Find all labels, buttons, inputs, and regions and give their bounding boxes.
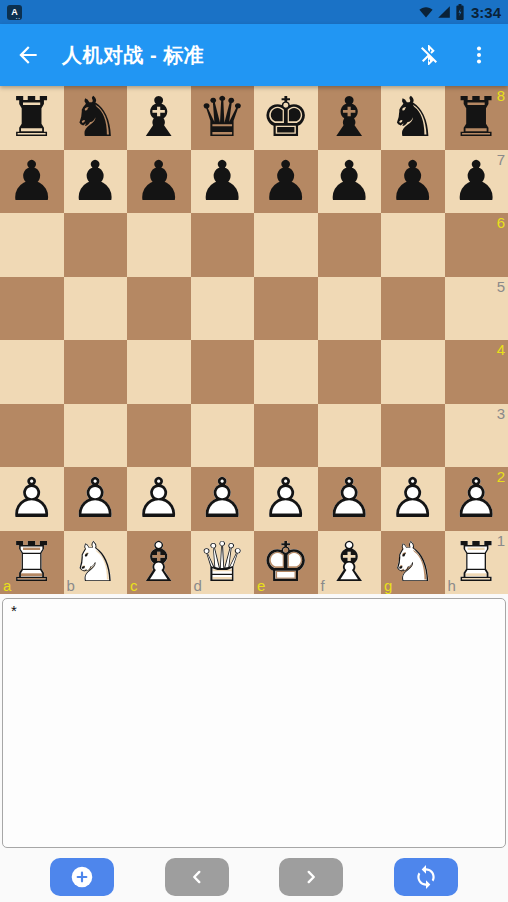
square-h4[interactable]: 4 — [445, 340, 508, 404]
square-d1[interactable]: ♛♕d — [191, 531, 255, 595]
square-h6[interactable]: 6 — [445, 213, 508, 277]
square-f8[interactable]: ♝ — [318, 86, 382, 150]
piece-outline: ♘ — [71, 535, 120, 590]
app-bar: 人机对战 - 标准 — [0, 24, 508, 86]
white-pawn: ♟♙ — [318, 467, 382, 531]
square-a7[interactable]: ♟ — [0, 150, 64, 214]
battery-charging-icon — [455, 4, 465, 20]
square-g7[interactable]: ♟ — [381, 150, 445, 214]
rank-label-1: 1 — [497, 533, 505, 548]
square-b1[interactable]: ♞♘b — [64, 531, 128, 595]
piece-outline: ♙ — [134, 471, 183, 526]
square-a1[interactable]: ♜♖a — [0, 531, 64, 595]
sync-icon — [413, 864, 439, 890]
square-d6[interactable] — [191, 213, 255, 277]
file-label-a: a — [3, 578, 11, 593]
square-e6[interactable] — [254, 213, 318, 277]
white-pawn: ♟♙ — [64, 467, 128, 531]
new-game-button[interactable] — [50, 858, 114, 896]
square-b6[interactable] — [64, 213, 128, 277]
black-king: ♚ — [254, 86, 318, 150]
rank-label-7: 7 — [497, 152, 505, 167]
app-icon-dots: .. — [16, 14, 21, 20]
square-c3[interactable] — [127, 404, 191, 468]
square-d3[interactable] — [191, 404, 255, 468]
square-c7[interactable]: ♟ — [127, 150, 191, 214]
square-h1[interactable]: ♜♖1h — [445, 531, 508, 595]
file-label-g: g — [384, 578, 392, 593]
square-g3[interactable] — [381, 404, 445, 468]
square-e4[interactable] — [254, 340, 318, 404]
square-b2[interactable]: ♟♙ — [64, 467, 128, 531]
back-button[interactable] — [14, 41, 42, 69]
black-queen: ♛ — [191, 86, 255, 150]
square-e3[interactable] — [254, 404, 318, 468]
square-c6[interactable] — [127, 213, 191, 277]
square-h3[interactable]: 3 — [445, 404, 508, 468]
piece-outline: ♖ — [7, 535, 56, 590]
file-label-f: f — [321, 578, 325, 593]
square-d4[interactable] — [191, 340, 255, 404]
page-title: 人机对战 - 标准 — [62, 42, 204, 69]
piece-outline: ♘ — [388, 535, 437, 590]
rank-label-6: 6 — [497, 215, 505, 230]
controls-bar — [0, 858, 508, 896]
black-pawn: ♟ — [254, 150, 318, 214]
notification-app-icon: A .. — [7, 5, 22, 20]
square-a4[interactable] — [0, 340, 64, 404]
square-h5[interactable]: 5 — [445, 277, 508, 341]
bluetooth-disabled-icon — [417, 43, 441, 67]
square-d8[interactable]: ♛ — [191, 86, 255, 150]
status-bar: A .. 3:34 — [0, 0, 508, 24]
square-c1[interactable]: ♝♗c — [127, 531, 191, 595]
black-knight: ♞ — [64, 86, 128, 150]
chess-board: ♜♞♝♛♚♝♞♜8♟♟♟♟♟♟♟♟76543♟♙♟♙♟♙♟♙♟♙♟♙♟♙♟♙2♜… — [0, 86, 508, 594]
square-b8[interactable]: ♞ — [64, 86, 128, 150]
cellular-signal-icon — [437, 5, 451, 19]
square-f2[interactable]: ♟♙ — [318, 467, 382, 531]
square-b5[interactable] — [64, 277, 128, 341]
file-label-b: b — [67, 578, 75, 593]
piece-outline: ♙ — [388, 471, 437, 526]
black-pawn: ♟ — [318, 150, 382, 214]
square-d7[interactable]: ♟ — [191, 150, 255, 214]
square-g1[interactable]: ♞♘g — [381, 531, 445, 595]
square-e5[interactable] — [254, 277, 318, 341]
black-bishop: ♝ — [318, 86, 382, 150]
prev-move-button[interactable] — [165, 858, 229, 896]
piece-outline: ♗ — [134, 535, 183, 590]
square-c8[interactable]: ♝ — [127, 86, 191, 150]
white-pawn: ♟♙ — [254, 467, 318, 531]
piece-outline: ♙ — [198, 471, 247, 526]
black-pawn: ♟ — [0, 150, 64, 214]
square-g2[interactable]: ♟♙ — [381, 467, 445, 531]
square-e8[interactable]: ♚ — [254, 86, 318, 150]
next-move-button[interactable] — [279, 858, 343, 896]
arrow-back-icon — [15, 42, 41, 68]
file-label-d: d — [194, 578, 202, 593]
black-pawn: ♟ — [127, 150, 191, 214]
white-pawn: ♟♙ — [0, 467, 64, 531]
piece-outline: ♗ — [325, 535, 374, 590]
square-h8[interactable]: ♜8 — [445, 86, 508, 150]
bluetooth-button[interactable] — [416, 42, 442, 68]
app-bar-actions — [416, 42, 494, 68]
square-f4[interactable] — [318, 340, 382, 404]
square-e7[interactable]: ♟ — [254, 150, 318, 214]
square-c2[interactable]: ♟♙ — [127, 467, 191, 531]
chevron-left-icon — [186, 866, 208, 888]
square-f6[interactable] — [318, 213, 382, 277]
black-pawn: ♟ — [191, 150, 255, 214]
black-knight: ♞ — [381, 86, 445, 150]
square-d5[interactable] — [191, 277, 255, 341]
square-h2[interactable]: ♟♙2 — [445, 467, 508, 531]
square-c5[interactable] — [127, 277, 191, 341]
square-h7[interactable]: ♟7 — [445, 150, 508, 214]
square-d2[interactable]: ♟♙ — [191, 467, 255, 531]
square-g4[interactable] — [381, 340, 445, 404]
square-a6[interactable] — [0, 213, 64, 277]
square-g5[interactable] — [381, 277, 445, 341]
plus-circle-icon — [69, 864, 95, 890]
white-pawn: ♟♙ — [191, 467, 255, 531]
file-label-h: h — [448, 578, 456, 593]
piece-outline: ♙ — [71, 471, 120, 526]
piece-outline: ♙ — [325, 471, 374, 526]
clock-time: 3:34 — [471, 4, 501, 21]
status-bar-right: 3:34 — [419, 4, 501, 21]
file-label-e: e — [257, 578, 265, 593]
rank-label-2: 2 — [497, 469, 505, 484]
piece-outline: ♙ — [7, 471, 56, 526]
square-b7[interactable]: ♟ — [64, 150, 128, 214]
square-b4[interactable] — [64, 340, 128, 404]
overflow-menu-icon — [468, 44, 490, 66]
square-a3[interactable] — [0, 404, 64, 468]
rank-label-4: 4 — [497, 342, 505, 357]
piece-outline: ♕ — [198, 535, 247, 590]
white-pawn: ♟♙ — [127, 467, 191, 531]
white-bishop: ♝♗ — [318, 531, 382, 595]
black-pawn: ♟ — [381, 150, 445, 214]
black-rook: ♜ — [0, 86, 64, 150]
move-list-area[interactable]: * — [2, 598, 506, 848]
rank-label-3: 3 — [497, 406, 505, 421]
chevron-right-icon — [300, 866, 322, 888]
square-f5[interactable] — [318, 277, 382, 341]
file-label-c: c — [130, 578, 138, 593]
square-b3[interactable] — [64, 404, 128, 468]
square-f7[interactable]: ♟ — [318, 150, 382, 214]
rank-label-8: 8 — [497, 88, 505, 103]
square-e2[interactable]: ♟♙ — [254, 467, 318, 531]
overflow-menu-button[interactable] — [468, 42, 490, 68]
square-f1[interactable]: ♝♗f — [318, 531, 382, 595]
piece-outline: ♙ — [261, 471, 310, 526]
flip-sync-button[interactable] — [394, 858, 458, 896]
rank-label-5: 5 — [497, 279, 505, 294]
square-a2[interactable]: ♟♙ — [0, 467, 64, 531]
piece-outline: ♔ — [261, 535, 310, 590]
square-a8[interactable]: ♜ — [0, 86, 64, 150]
square-a5[interactable] — [0, 277, 64, 341]
black-pawn: ♟ — [64, 150, 128, 214]
wifi-icon — [419, 5, 433, 19]
piece-outline: ♙ — [452, 471, 501, 526]
square-g8[interactable]: ♞ — [381, 86, 445, 150]
black-bishop: ♝ — [127, 86, 191, 150]
square-f3[interactable] — [318, 404, 382, 468]
square-e1[interactable]: ♚♔e — [254, 531, 318, 595]
white-pawn: ♟♙ — [381, 467, 445, 531]
square-g6[interactable] — [381, 213, 445, 277]
piece-outline: ♖ — [452, 535, 501, 590]
square-c4[interactable] — [127, 340, 191, 404]
